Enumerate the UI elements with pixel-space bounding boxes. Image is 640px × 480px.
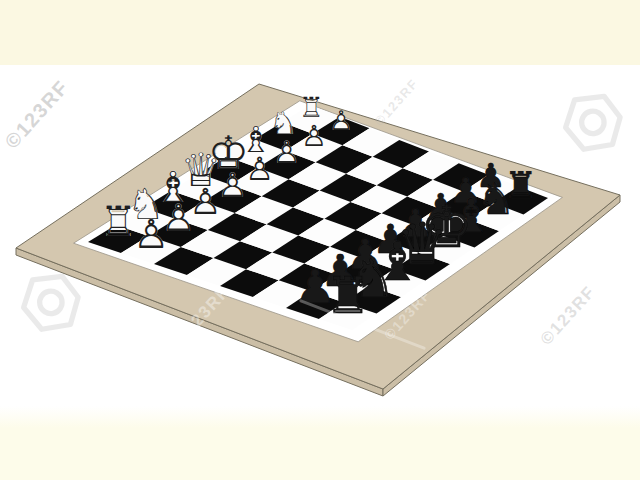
stock-photo-canvas: ♜♖♟♙♞♘♟♙♝♗♟♙♚♔♟♙♛♕♟♟♙♜♝♗♟♟♙♞♞♘♟♟♙♝♟♜♖♟♙♚…: [0, 0, 640, 480]
piece-white-pawn-e2[interactable]: ♟♙: [245, 153, 274, 185]
piece-white-pawn-d2[interactable]: ♟♙: [217, 168, 247, 202]
piece-white-rook-a1[interactable]: ♜♖: [99, 201, 137, 243]
chessboard-3d: [0, 0, 640, 480]
piece-white-pawn-g2[interactable]: ♟♙: [301, 122, 327, 151]
piece-white-pawn-a2[interactable]: ♟♙: [133, 214, 169, 254]
piece-white-pawn-h2[interactable]: ♟♙: [329, 107, 353, 134]
watermark-logo-icon: [560, 90, 626, 156]
white-piece-outline: ♖: [99, 201, 137, 243]
piece-white-pawn-f2[interactable]: ♟♙: [273, 137, 301, 168]
white-piece-outline: ♙: [329, 107, 353, 134]
white-piece-outline: ♙: [133, 214, 169, 254]
white-piece-outline: ♙: [273, 137, 301, 168]
white-piece-outline: ♙: [245, 153, 274, 185]
white-piece-outline: ♙: [217, 168, 247, 202]
watermark-logo-icon: [18, 270, 84, 336]
white-piece-outline: ♙: [301, 122, 327, 151]
